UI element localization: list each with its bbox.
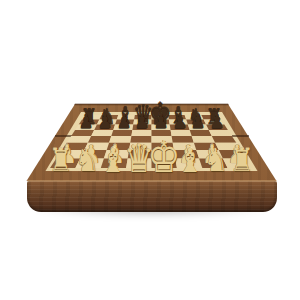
piece-black-knight: ♞: [98, 105, 115, 127]
piece-white-king: ♚: [148, 136, 181, 180]
piece-white-knight: ♞: [204, 145, 228, 177]
piece-black-queen: ♛: [132, 101, 153, 128]
piece-black-knight: ♞: [188, 105, 205, 127]
piece-white-rook: ♜: [230, 145, 254, 177]
piece-black-pawn: ♟: [135, 112, 150, 132]
piece-black-bishop: ♝: [169, 104, 187, 127]
piece-white-pawn: ♟: [57, 141, 76, 167]
piece-white-rook: ♜: [49, 145, 73, 177]
piece-white-bishop: ♝: [100, 144, 126, 178]
piece-black-pawn: ♟: [153, 112, 168, 132]
piece-black-rook: ♜: [206, 105, 223, 127]
piece-white-pawn: ♟: [81, 141, 100, 167]
piece-black-rook: ♜: [81, 105, 98, 127]
piece-white-bishop: ♝: [178, 144, 204, 178]
pieces-layer: ♜♞♝♛♚♝♞♜♟♟♟♟♟♟♟♟♟♟♟♟♟♟♟♟♜♞♝♛♚♝♞♜: [0, 0, 300, 300]
piece-black-pawn: ♟: [116, 112, 131, 132]
piece-black-pawn: ♟: [172, 112, 187, 132]
piece-black-pawn: ♟: [210, 112, 225, 132]
chess-set-photo: ♜♞♝♛♚♝♞♜♟♟♟♟♟♟♟♟♟♟♟♟♟♟♟♟♜♞♝♛♚♝♞♜: [0, 0, 300, 300]
piece-white-pawn: ♟: [227, 141, 246, 167]
piece-white-pawn: ♟: [130, 141, 149, 167]
piece-black-pawn: ♟: [191, 112, 206, 132]
piece-white-pawn: ♟: [203, 141, 222, 167]
piece-black-king: ♚: [149, 99, 172, 129]
piece-black-pawn: ♟: [79, 112, 94, 132]
piece-white-knight: ♞: [75, 145, 99, 177]
piece-white-pawn: ♟: [154, 141, 173, 167]
piece-white-pawn: ♟: [105, 141, 124, 167]
piece-white-queen: ♛: [124, 139, 154, 179]
piece-black-bishop: ♝: [116, 104, 134, 127]
piece-white-pawn: ♟: [178, 141, 197, 167]
piece-black-pawn: ♟: [97, 112, 112, 132]
